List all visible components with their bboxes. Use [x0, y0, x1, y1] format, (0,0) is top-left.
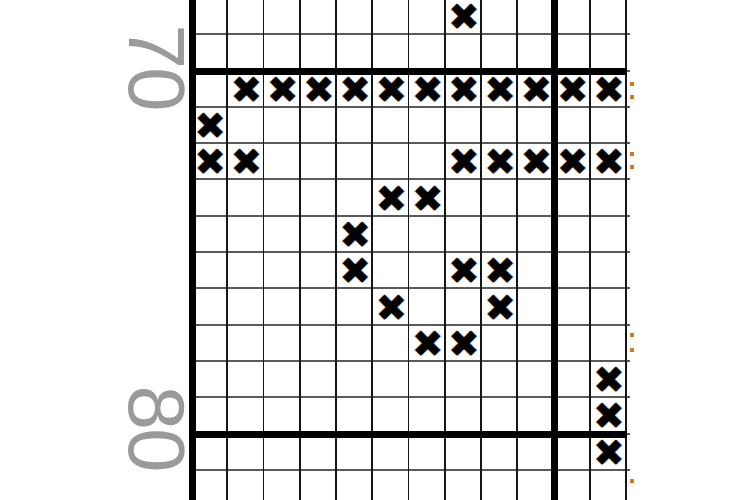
- stitch-r2c8: ✖: [482, 72, 518, 108]
- cell-r3c2: [265, 108, 301, 144]
- cell-r1c5: [373, 35, 409, 71]
- cell-r0c5: [373, 0, 409, 35]
- stitch-r4c10: ✖: [555, 144, 591, 180]
- stitch-r4c0: ✖: [192, 144, 228, 180]
- cell-r6c3: [301, 217, 337, 253]
- cell-r6c8: [482, 217, 518, 253]
- cross-stitch-chart: 70 80 ✖✖✖✖✖✖✖✖✖✖✖✖✖✖✖✖✖✖✖✖✖✖✖✖✖✖✖✖✖✖✖✖✖: [0, 0, 750, 500]
- cell-r6c7: [446, 217, 482, 253]
- cell-r11c2: [265, 398, 301, 434]
- cell-r8c4: [337, 289, 373, 325]
- cell-r7c1: [228, 253, 264, 289]
- cell-r9c4: [337, 326, 373, 362]
- cell-r12c1: [228, 435, 264, 471]
- cell-r8c6: [410, 289, 446, 325]
- cell-r12c6: [410, 435, 446, 471]
- cell-r8c0: [192, 289, 228, 325]
- cell-r12c0: [192, 435, 228, 471]
- cell-r8c3: [301, 289, 337, 325]
- cell-r3c1: [228, 108, 264, 144]
- cell-r7c9: [518, 253, 554, 289]
- cell-r11c3: [301, 398, 337, 434]
- cell-r13c6: [410, 471, 446, 500]
- stitch-r4c7: ✖: [446, 144, 482, 180]
- stitch-r2c4: ✖: [337, 72, 373, 108]
- cell-r2c0: [192, 72, 228, 108]
- cell-r1c6: [410, 35, 446, 71]
- cell-r10c3: [301, 362, 337, 398]
- cell-r1c10: [555, 35, 591, 71]
- cell-r4c6: [410, 144, 446, 180]
- cell-r13c2: [265, 471, 301, 500]
- cell-r13c8: [482, 471, 518, 500]
- cell-r7c6: [410, 253, 446, 289]
- cut-symbol-fragment: [630, 165, 634, 169]
- cell-r13c10: [555, 471, 591, 500]
- cell-r12c3: [301, 435, 337, 471]
- cell-r5c4: [337, 180, 373, 216]
- cell-r3c5: [373, 108, 409, 144]
- cell-r8c9: [518, 289, 554, 325]
- cell-r4c4: [337, 144, 373, 180]
- cell-r13c7: [446, 471, 482, 500]
- cell-r7c11: [591, 253, 627, 289]
- stitch-r12c11: ✖: [591, 435, 627, 471]
- stitch-r4c11: ✖: [591, 144, 627, 180]
- stitch-r3c0: ✖: [192, 108, 228, 144]
- cell-r0c1: [228, 0, 264, 35]
- stitch-r7c4: ✖: [337, 253, 373, 289]
- cell-r12c2: [265, 435, 301, 471]
- cell-r0c9: [518, 0, 554, 35]
- cell-r5c9: [518, 180, 554, 216]
- stitch-r7c8: ✖: [482, 253, 518, 289]
- cell-r0c2: [265, 0, 301, 35]
- cell-r6c1: [228, 217, 264, 253]
- stitch-r7c7: ✖: [446, 253, 482, 289]
- cell-r10c6: [410, 362, 446, 398]
- cell-r11c6: [410, 398, 446, 434]
- cell-r3c3: [301, 108, 337, 144]
- stitch-r4c8: ✖: [482, 144, 518, 180]
- cell-r8c2: [265, 289, 301, 325]
- cell-r8c1: [228, 289, 264, 325]
- stitch-r2c10: ✖: [555, 72, 591, 108]
- cell-r10c7: [446, 362, 482, 398]
- cell-r10c4: [337, 362, 373, 398]
- cell-r9c8: [482, 326, 518, 362]
- cut-symbol-fragment: [630, 152, 634, 156]
- cell-r13c3: [301, 471, 337, 500]
- cut-symbol-fragment: [630, 479, 634, 483]
- stitch-r4c9: ✖: [518, 144, 554, 180]
- cell-r0c0: [192, 0, 228, 35]
- cell-r9c9: [518, 326, 554, 362]
- stitch-r2c2: ✖: [265, 72, 301, 108]
- cell-r3c6: [410, 108, 446, 144]
- cell-r7c0: [192, 253, 228, 289]
- cell-r6c9: [518, 217, 554, 253]
- cut-symbol-fragment: [630, 95, 634, 99]
- cell-r9c10: [555, 326, 591, 362]
- cell-r10c2: [265, 362, 301, 398]
- cell-r6c2: [265, 217, 301, 253]
- cell-r9c11: [591, 326, 627, 362]
- cell-r12c10: [555, 435, 591, 471]
- cell-r0c4: [337, 0, 373, 35]
- cell-r1c7: [446, 35, 482, 71]
- cell-r13c9: [518, 471, 554, 500]
- stitch-r10c11: ✖: [591, 362, 627, 398]
- cell-r13c0: [192, 471, 228, 500]
- cell-r13c1: [228, 471, 264, 500]
- cell-r5c3: [301, 180, 337, 216]
- cell-r12c5: [373, 435, 409, 471]
- cell-r4c3: [301, 144, 337, 180]
- cell-r1c9: [518, 35, 554, 71]
- cell-r12c4: [337, 435, 373, 471]
- cell-r13c11: [591, 471, 627, 500]
- cell-r0c10: [555, 0, 591, 35]
- cell-r10c5: [373, 362, 409, 398]
- cell-r7c2: [265, 253, 301, 289]
- cell-r9c0: [192, 326, 228, 362]
- cell-r4c5: [373, 144, 409, 180]
- cell-r9c3: [301, 326, 337, 362]
- cell-r1c8: [482, 35, 518, 71]
- stitch-r2c1: ✖: [228, 72, 264, 108]
- cell-r4c2: [265, 144, 301, 180]
- cell-r3c9: [518, 108, 554, 144]
- cell-r10c9: [518, 362, 554, 398]
- cell-r10c8: [482, 362, 518, 398]
- cell-r12c8: [482, 435, 518, 471]
- cell-r10c0: [192, 362, 228, 398]
- cell-r3c4: [337, 108, 373, 144]
- cell-r3c7: [446, 108, 482, 144]
- cell-r0c3: [301, 0, 337, 35]
- stitch-r2c9: ✖: [518, 72, 554, 108]
- stitch-r4c1: ✖: [228, 144, 264, 180]
- cell-r1c11: [591, 35, 627, 71]
- cell-r3c10: [555, 108, 591, 144]
- cell-r8c10: [555, 289, 591, 325]
- cell-r3c8: [482, 108, 518, 144]
- stitch-r5c5: ✖: [373, 180, 409, 216]
- cell-r5c10: [555, 180, 591, 216]
- cell-r9c5: [373, 326, 409, 362]
- cell-r3c11: [591, 108, 627, 144]
- cell-r8c11: [591, 289, 627, 325]
- cell-r5c8: [482, 180, 518, 216]
- cell-r9c1: [228, 326, 264, 362]
- cell-r1c2: [265, 35, 301, 71]
- stitch-grid: ✖✖✖✖✖✖✖✖✖✖✖✖✖✖✖✖✖✖✖✖✖✖✖✖✖✖✖✖✖✖✖✖✖: [192, 0, 627, 500]
- cell-r11c4: [337, 398, 373, 434]
- stitch-r6c4: ✖: [337, 217, 373, 253]
- cut-symbol-fragment: [630, 333, 634, 337]
- cell-r1c1: [228, 35, 264, 71]
- cell-r7c3: [301, 253, 337, 289]
- stitch-r0c7: ✖: [446, 0, 482, 35]
- stitch-r5c6: ✖: [410, 180, 446, 216]
- cell-r0c8: [482, 0, 518, 35]
- cell-r11c0: [192, 398, 228, 434]
- cell-r5c11: [591, 180, 627, 216]
- cell-r5c1: [228, 180, 264, 216]
- cell-r0c6: [410, 0, 446, 35]
- stitch-r2c7: ✖: [446, 72, 482, 108]
- cell-r7c5: [373, 253, 409, 289]
- stitch-r2c11: ✖: [591, 72, 627, 108]
- stitch-r2c3: ✖: [301, 72, 337, 108]
- stitch-r9c6: ✖: [410, 326, 446, 362]
- stitch-r8c8: ✖: [482, 289, 518, 325]
- cell-r11c1: [228, 398, 264, 434]
- cell-r12c9: [518, 435, 554, 471]
- cell-r11c10: [555, 398, 591, 434]
- stitch-r8c5: ✖: [373, 289, 409, 325]
- stitch-r2c6: ✖: [410, 72, 446, 108]
- cell-r12c7: [446, 435, 482, 471]
- cell-r13c5: [373, 471, 409, 500]
- cell-r9c2: [265, 326, 301, 362]
- cell-r7c10: [555, 253, 591, 289]
- cell-r11c9: [518, 398, 554, 434]
- cut-symbol-fragment: [630, 348, 634, 352]
- cell-r8c7: [446, 289, 482, 325]
- cell-r1c4: [337, 35, 373, 71]
- stitch-r9c7: ✖: [446, 326, 482, 362]
- cell-r13c4: [337, 471, 373, 500]
- stitch-r2c5: ✖: [373, 72, 409, 108]
- cell-r11c5: [373, 398, 409, 434]
- cell-r5c2: [265, 180, 301, 216]
- cut-symbol-fragment: [630, 82, 634, 86]
- cell-r6c11: [591, 217, 627, 253]
- cell-r10c10: [555, 362, 591, 398]
- cell-r1c3: [301, 35, 337, 71]
- cell-r1c0: [192, 35, 228, 71]
- stitch-r11c11: ✖: [591, 398, 627, 434]
- cell-r5c7: [446, 180, 482, 216]
- cell-r6c5: [373, 217, 409, 253]
- cell-r6c10: [555, 217, 591, 253]
- cell-r5c0: [192, 180, 228, 216]
- cell-r6c0: [192, 217, 228, 253]
- cell-r10c1: [228, 362, 264, 398]
- cell-r0c11: [591, 0, 627, 35]
- cell-r11c8: [482, 398, 518, 434]
- cell-r6c6: [410, 217, 446, 253]
- cell-r11c7: [446, 398, 482, 434]
